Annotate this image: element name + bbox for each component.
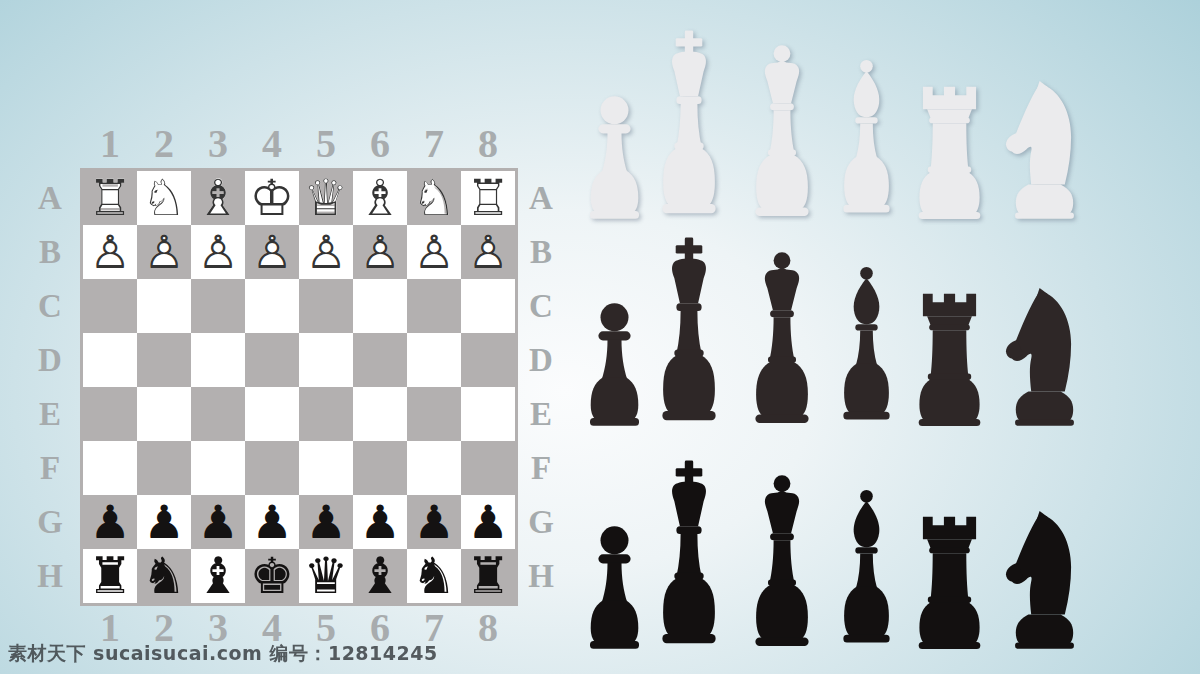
rank-label-C: C <box>28 279 72 333</box>
square-H1[interactable]: ♜ <box>83 549 137 603</box>
file-label-5: 5 <box>299 124 353 164</box>
square-C3[interactable] <box>191 279 245 333</box>
piece-white-knight[interactable]: ♞♘ <box>407 171 461 225</box>
square-H6[interactable]: ♝ <box>353 549 407 603</box>
rank-label-C: C <box>519 279 563 333</box>
piece-white-pawn[interactable]: ♟♙ <box>407 225 461 279</box>
square-F3[interactable] <box>191 441 245 495</box>
file-label-7: 7 <box>407 124 461 164</box>
square-B6[interactable]: ♟♙ <box>353 225 407 279</box>
file-label-1: 1 <box>83 124 137 164</box>
square-D1[interactable] <box>83 333 137 387</box>
file-label-8: 8 <box>461 608 515 648</box>
rank-label-E: E <box>28 387 72 441</box>
stage: 12345678 12345678 ABCDEFGH ABCDEFGH ♜♖♞♘… <box>0 0 1200 674</box>
square-G3[interactable]: ♟ <box>191 495 245 549</box>
piece-white-pawn[interactable]: ♟♙ <box>245 225 299 279</box>
square-E5[interactable] <box>299 387 353 441</box>
file-label-4: 4 <box>245 124 299 164</box>
piece-black-rook[interactable]: ♜ <box>83 549 137 603</box>
square-B3[interactable]: ♟♙ <box>191 225 245 279</box>
set-white-bishop[interactable] <box>835 58 898 220</box>
set-charcoal-queen[interactable] <box>747 251 817 427</box>
chess-board: ♜♖♞♘♝♗♚♔♛♕♝♗♞♘♜♖♟♙♟♙♟♙♟♙♟♙♟♙♟♙♟♙♟♟♟♟♟♟♟♟… <box>80 168 518 606</box>
file-label-8: 8 <box>461 124 515 164</box>
square-C1[interactable] <box>83 279 137 333</box>
square-A7[interactable]: ♞♘ <box>407 171 461 225</box>
square-G5[interactable]: ♟ <box>299 495 353 549</box>
piece-white-pawn[interactable]: ♟♙ <box>191 225 245 279</box>
square-F1[interactable] <box>83 441 137 495</box>
set-charcoal-pawn[interactable] <box>583 300 646 427</box>
set-white-pawn[interactable] <box>583 93 646 220</box>
rank-label-D: D <box>28 333 72 387</box>
piece-black-bishop[interactable]: ♝ <box>353 549 407 603</box>
piece-black-pawn[interactable]: ♟ <box>191 495 245 549</box>
square-E7[interactable] <box>407 387 461 441</box>
set-black-king[interactable] <box>654 460 724 650</box>
piece-black-pawn[interactable]: ♟ <box>407 495 461 549</box>
square-F7[interactable] <box>407 441 461 495</box>
rank-label-H: H <box>519 549 563 603</box>
square-A3[interactable]: ♝♗ <box>191 171 245 225</box>
square-E1[interactable] <box>83 387 137 441</box>
watermark-text: 素材天下 sucaisucai.com 编号：12814245 <box>8 641 438 667</box>
set-white-queen[interactable] <box>747 44 817 220</box>
set-black-rook[interactable] <box>911 511 988 650</box>
square-H3[interactable]: ♝ <box>191 549 245 603</box>
square-C2[interactable] <box>137 279 191 333</box>
set-black-queen[interactable] <box>747 474 817 650</box>
square-C8[interactable] <box>461 279 515 333</box>
square-H7[interactable]: ♞ <box>407 549 461 603</box>
piece-black-knight[interactable]: ♞ <box>407 549 461 603</box>
square-D6[interactable] <box>353 333 407 387</box>
piece-white-pawn[interactable]: ♟♙ <box>137 225 191 279</box>
square-A1[interactable]: ♜♖ <box>83 171 137 225</box>
rank-label-E: E <box>519 387 563 441</box>
square-A8[interactable]: ♜♖ <box>461 171 515 225</box>
rank-label-A: A <box>519 171 563 225</box>
square-G6[interactable]: ♟ <box>353 495 407 549</box>
set-charcoal-bishop[interactable] <box>835 265 898 427</box>
rank-label-F: F <box>519 441 563 495</box>
square-D7[interactable] <box>407 333 461 387</box>
piece-black-knight[interactable]: ♞ <box>137 549 191 603</box>
rank-label-D: D <box>519 333 563 387</box>
piece-black-pawn[interactable]: ♟ <box>245 495 299 549</box>
piece-black-bishop[interactable]: ♝ <box>191 549 245 603</box>
file-labels-top: 12345678 <box>83 124 515 164</box>
set-black-pawn[interactable] <box>583 523 646 650</box>
piece-white-rook[interactable]: ♜♖ <box>83 171 137 225</box>
square-C6[interactable] <box>353 279 407 333</box>
square-F5[interactable] <box>299 441 353 495</box>
set-white-rook[interactable] <box>911 81 988 220</box>
set-white-king[interactable] <box>654 30 724 220</box>
square-D3[interactable] <box>191 333 245 387</box>
set-black-bishop[interactable] <box>835 488 898 650</box>
piece-white-queen[interactable]: ♛♕ <box>299 171 353 225</box>
rank-label-F: F <box>28 441 72 495</box>
square-B1[interactable]: ♟♙ <box>83 225 137 279</box>
piece-black-pawn[interactable]: ♟ <box>353 495 407 549</box>
rank-labels-left: ABCDEFGH <box>28 171 72 603</box>
square-A5[interactable]: ♛♕ <box>299 171 353 225</box>
piece-black-pawn[interactable]: ♟ <box>83 495 137 549</box>
square-F6[interactable] <box>353 441 407 495</box>
rank-label-B: B <box>519 225 563 279</box>
square-D8[interactable] <box>461 333 515 387</box>
square-B8[interactable]: ♟♙ <box>461 225 515 279</box>
square-G8[interactable]: ♟ <box>461 495 515 549</box>
square-G7[interactable]: ♟ <box>407 495 461 549</box>
piece-black-pawn[interactable]: ♟ <box>137 495 191 549</box>
piece-white-bishop[interactable]: ♝♗ <box>353 171 407 225</box>
piece-black-pawn[interactable]: ♟ <box>461 495 515 549</box>
square-H4[interactable]: ♚ <box>245 549 299 603</box>
piece-black-king[interactable]: ♚ <box>245 549 299 603</box>
rank-labels-right: ABCDEFGH <box>519 171 563 603</box>
square-B7[interactable]: ♟♙ <box>407 225 461 279</box>
piece-black-pawn[interactable]: ♟ <box>299 495 353 549</box>
piece-white-pawn[interactable]: ♟♙ <box>461 225 515 279</box>
file-label-3: 3 <box>191 124 245 164</box>
square-G1[interactable]: ♟ <box>83 495 137 549</box>
square-C5[interactable] <box>299 279 353 333</box>
square-D5[interactable] <box>299 333 353 387</box>
square-E4[interactable] <box>245 387 299 441</box>
set-charcoal-rook[interactable] <box>911 288 988 427</box>
square-G4[interactable]: ♟ <box>245 495 299 549</box>
rank-label-H: H <box>28 549 72 603</box>
square-G2[interactable]: ♟ <box>137 495 191 549</box>
rank-label-G: G <box>28 495 72 549</box>
file-label-6: 6 <box>353 124 407 164</box>
set-white-knight[interactable] <box>999 79 1083 220</box>
file-label-2: 2 <box>137 124 191 164</box>
set-charcoal-king[interactable] <box>654 237 724 427</box>
square-C7[interactable] <box>407 279 461 333</box>
square-H5[interactable]: ♛ <box>299 549 353 603</box>
square-B5[interactable]: ♟♙ <box>299 225 353 279</box>
square-E3[interactable] <box>191 387 245 441</box>
piece-black-queen[interactable]: ♛ <box>299 549 353 603</box>
square-C4[interactable] <box>245 279 299 333</box>
square-B4[interactable]: ♟♙ <box>245 225 299 279</box>
set-black-knight[interactable] <box>999 509 1083 650</box>
piece-white-rook[interactable]: ♜♖ <box>461 171 515 225</box>
rank-label-A: A <box>28 171 72 225</box>
square-D2[interactable] <box>137 333 191 387</box>
square-E6[interactable] <box>353 387 407 441</box>
square-E2[interactable] <box>137 387 191 441</box>
piece-white-king[interactable]: ♚♔ <box>245 171 299 225</box>
piece-white-bishop[interactable]: ♝♗ <box>191 171 245 225</box>
square-E8[interactable] <box>461 387 515 441</box>
rank-label-B: B <box>28 225 72 279</box>
square-A6[interactable]: ♝♗ <box>353 171 407 225</box>
piece-white-pawn[interactable]: ♟♙ <box>83 225 137 279</box>
square-A2[interactable]: ♞♘ <box>137 171 191 225</box>
piece-white-knight[interactable]: ♞♘ <box>137 171 191 225</box>
piece-white-pawn[interactable]: ♟♙ <box>353 225 407 279</box>
set-charcoal-knight[interactable] <box>999 286 1083 427</box>
square-H2[interactable]: ♞ <box>137 549 191 603</box>
rank-label-G: G <box>519 495 563 549</box>
square-H8[interactable]: ♜ <box>461 549 515 603</box>
square-F2[interactable] <box>137 441 191 495</box>
square-F4[interactable] <box>245 441 299 495</box>
square-A4[interactable]: ♚♔ <box>245 171 299 225</box>
piece-white-pawn[interactable]: ♟♙ <box>299 225 353 279</box>
piece-black-rook[interactable]: ♜ <box>461 549 515 603</box>
square-D4[interactable] <box>245 333 299 387</box>
square-B2[interactable]: ♟♙ <box>137 225 191 279</box>
square-F8[interactable] <box>461 441 515 495</box>
